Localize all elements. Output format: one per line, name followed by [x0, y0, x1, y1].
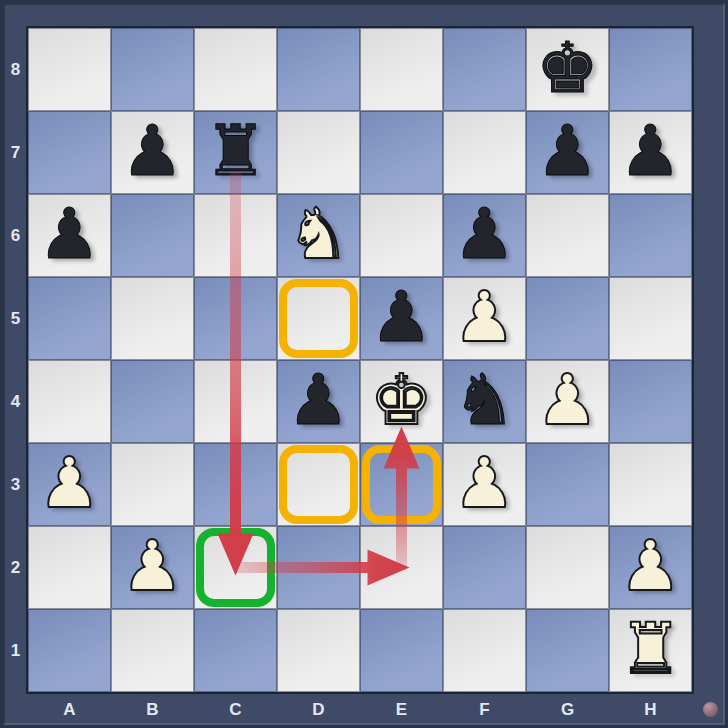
square-a3[interactable]: ♟ — [28, 443, 111, 526]
piece-white-pawn[interactable]: ♟ — [609, 526, 692, 609]
square-f7[interactable] — [443, 111, 526, 194]
piece-black-pawn[interactable]: ♟ — [28, 194, 111, 277]
square-e5[interactable]: ♟ — [360, 277, 443, 360]
piece-white-pawn[interactable]: ♟ — [443, 277, 526, 360]
square-g6[interactable] — [526, 194, 609, 277]
square-b8[interactable] — [111, 28, 194, 111]
square-d8[interactable] — [277, 28, 360, 111]
square-d5[interactable] — [277, 277, 360, 360]
file-label-H: H — [609, 692, 692, 728]
square-d6[interactable]: ♞ — [277, 194, 360, 277]
square-d2[interactable] — [277, 526, 360, 609]
square-h6[interactable] — [609, 194, 692, 277]
square-g7[interactable]: ♟ — [526, 111, 609, 194]
square-e2[interactable] — [360, 526, 443, 609]
rank-label-6: 6 — [3, 194, 28, 277]
piece-black-pawn[interactable]: ♟ — [111, 111, 194, 194]
square-f8[interactable] — [443, 28, 526, 111]
square-f3[interactable]: ♟ — [443, 443, 526, 526]
piece-white-knight[interactable]: ♞ — [277, 194, 360, 277]
square-b7[interactable]: ♟ — [111, 111, 194, 194]
rank-label-4: 4 — [3, 360, 28, 443]
square-f5[interactable]: ♟ — [443, 277, 526, 360]
piece-black-pawn[interactable]: ♟ — [609, 111, 692, 194]
rank-label-2: 2 — [3, 526, 28, 609]
rank-label-8: 8 — [3, 28, 28, 111]
square-c2[interactable] — [194, 526, 277, 609]
square-e6[interactable] — [360, 194, 443, 277]
square-b5[interactable] — [111, 277, 194, 360]
file-label-D: D — [277, 692, 360, 728]
piece-black-king[interactable]: ♚ — [526, 28, 609, 111]
square-a8[interactable] — [28, 28, 111, 111]
highlight-yellow-e3 — [362, 445, 441, 524]
square-a4[interactable] — [28, 360, 111, 443]
square-d4[interactable]: ♟ — [277, 360, 360, 443]
file-label-F: F — [443, 692, 526, 728]
square-a1[interactable] — [28, 609, 111, 692]
square-c6[interactable] — [194, 194, 277, 277]
square-e1[interactable] — [360, 609, 443, 692]
square-h4[interactable] — [609, 360, 692, 443]
file-label-A: A — [28, 692, 111, 728]
square-g3[interactable] — [526, 443, 609, 526]
square-e3[interactable] — [360, 443, 443, 526]
square-e4[interactable]: ♚ — [360, 360, 443, 443]
square-b4[interactable] — [111, 360, 194, 443]
square-h8[interactable] — [609, 28, 692, 111]
highlight-yellow-d5 — [279, 279, 358, 358]
rank-label-1: 1 — [3, 609, 28, 692]
square-g4[interactable]: ♟ — [526, 360, 609, 443]
logo-dot-icon — [703, 702, 718, 717]
square-c3[interactable] — [194, 443, 277, 526]
square-b2[interactable]: ♟ — [111, 526, 194, 609]
square-h7[interactable]: ♟ — [609, 111, 692, 194]
square-g2[interactable] — [526, 526, 609, 609]
square-h1[interactable]: ♜ — [609, 609, 692, 692]
square-c4[interactable] — [194, 360, 277, 443]
chess-board: ♚♟♜♟♟♟♞♟♟♟♟♚♞♟♟♟♟♟♜ — [28, 28, 692, 692]
square-c1[interactable] — [194, 609, 277, 692]
piece-white-king[interactable]: ♚ — [360, 360, 443, 443]
square-h5[interactable] — [609, 277, 692, 360]
square-f4[interactable]: ♞ — [443, 360, 526, 443]
piece-black-rook[interactable]: ♜ — [194, 111, 277, 194]
file-label-C: C — [194, 692, 277, 728]
square-c7[interactable]: ♜ — [194, 111, 277, 194]
square-g1[interactable] — [526, 609, 609, 692]
square-b6[interactable] — [111, 194, 194, 277]
piece-white-pawn[interactable]: ♟ — [28, 443, 111, 526]
square-a5[interactable] — [28, 277, 111, 360]
square-a7[interactable] — [28, 111, 111, 194]
highlight-yellow-d3 — [279, 445, 358, 524]
square-g5[interactable] — [526, 277, 609, 360]
piece-black-pawn[interactable]: ♟ — [360, 277, 443, 360]
file-label-G: G — [526, 692, 609, 728]
square-g8[interactable]: ♚ — [526, 28, 609, 111]
square-h3[interactable] — [609, 443, 692, 526]
piece-white-rook[interactable]: ♜ — [609, 609, 692, 692]
file-label-B: B — [111, 692, 194, 728]
piece-black-knight[interactable]: ♞ — [443, 360, 526, 443]
square-c8[interactable] — [194, 28, 277, 111]
rank-label-3: 3 — [3, 443, 28, 526]
chess-board-frame: ♚♟♜♟♟♟♞♟♟♟♟♚♞♟♟♟♟♟♜ 87654321 ABCDEFGH — [0, 0, 728, 728]
square-d1[interactable] — [277, 609, 360, 692]
rank-label-7: 7 — [3, 111, 28, 194]
square-a6[interactable]: ♟ — [28, 194, 111, 277]
square-d7[interactable] — [277, 111, 360, 194]
square-f6[interactable]: ♟ — [443, 194, 526, 277]
square-a2[interactable] — [28, 526, 111, 609]
piece-black-pawn[interactable]: ♟ — [526, 111, 609, 194]
square-c5[interactable] — [194, 277, 277, 360]
square-f2[interactable] — [443, 526, 526, 609]
square-h2[interactable]: ♟ — [609, 526, 692, 609]
square-d3[interactable] — [277, 443, 360, 526]
piece-white-pawn[interactable]: ♟ — [111, 526, 194, 609]
highlight-green-c2 — [196, 528, 275, 607]
piece-white-pawn[interactable]: ♟ — [443, 443, 526, 526]
square-f1[interactable] — [443, 609, 526, 692]
square-e8[interactable] — [360, 28, 443, 111]
file-label-E: E — [360, 692, 443, 728]
square-b1[interactable] — [111, 609, 194, 692]
piece-white-pawn[interactable]: ♟ — [526, 360, 609, 443]
square-b3[interactable] — [111, 443, 194, 526]
piece-black-pawn[interactable]: ♟ — [277, 360, 360, 443]
piece-black-pawn[interactable]: ♟ — [443, 194, 526, 277]
rank-label-5: 5 — [3, 277, 28, 360]
square-e7[interactable] — [360, 111, 443, 194]
